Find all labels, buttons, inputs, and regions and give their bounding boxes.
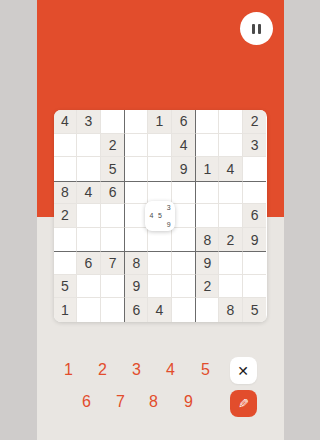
cell-r1c6[interactable]: 6 xyxy=(172,110,196,134)
cell-r6c6[interactable] xyxy=(172,228,196,252)
cell-r6c8[interactable]: 2 xyxy=(219,228,243,252)
cell-r2c5[interactable] xyxy=(148,134,172,158)
cell-r4c2[interactable]: 4 xyxy=(77,181,101,205)
cell-r6c5[interactable] xyxy=(148,228,172,252)
cell-r2c9[interactable]: 3 xyxy=(243,134,267,158)
cell-r8c2[interactable] xyxy=(77,275,101,299)
keypad-digit-5[interactable]: 5 xyxy=(193,357,219,383)
sudoku-board: 43162243591484626829678959216485 3459 xyxy=(54,110,267,322)
cell-r4c3[interactable]: 6 xyxy=(101,181,125,205)
cell-r1c4[interactable] xyxy=(124,110,148,134)
cell-r7c8[interactable] xyxy=(219,251,243,275)
cell-r7c7[interactable]: 9 xyxy=(195,251,219,275)
cell-r4c6[interactable] xyxy=(172,181,196,205)
cell-r7c1[interactable] xyxy=(54,251,78,275)
cell-r9c5[interactable]: 4 xyxy=(148,298,172,322)
cell-r7c9[interactable] xyxy=(243,251,267,275)
cell-r6c4[interactable] xyxy=(124,228,148,252)
cell-r6c1[interactable] xyxy=(54,228,78,252)
note-digit-pos-7 xyxy=(147,220,156,229)
cell-r3c8[interactable]: 4 xyxy=(219,157,243,181)
cell-r2c3[interactable]: 2 xyxy=(101,134,125,158)
cell-r6c7[interactable]: 8 xyxy=(195,228,219,252)
note-digit-pos-5: 5 xyxy=(156,212,165,221)
cell-r9c3[interactable] xyxy=(101,298,125,322)
cell-r3c4[interactable] xyxy=(124,157,148,181)
cell-r4c4[interactable] xyxy=(124,181,148,205)
keypad-digit-1[interactable]: 1 xyxy=(56,357,82,383)
cell-r5c3[interactable] xyxy=(101,204,125,228)
cell-r8c6[interactable] xyxy=(172,275,196,299)
notes-cell-r5c5[interactable]: 3459 xyxy=(145,201,175,231)
cell-r1c2[interactable]: 3 xyxy=(77,110,101,134)
cell-r2c1[interactable] xyxy=(54,134,78,158)
cell-r3c6[interactable]: 9 xyxy=(172,157,196,181)
cell-r4c9[interactable] xyxy=(243,181,267,205)
pause-button[interactable] xyxy=(240,12,273,45)
cell-r3c2[interactable] xyxy=(77,157,101,181)
cell-r5c2[interactable] xyxy=(77,204,101,228)
cell-r6c2[interactable] xyxy=(77,228,101,252)
cell-r8c8[interactable] xyxy=(219,275,243,299)
cell-r1c3[interactable] xyxy=(101,110,125,134)
cell-r2c4[interactable] xyxy=(124,134,148,158)
note-digit-pos-9: 9 xyxy=(164,220,173,229)
pause-icon xyxy=(252,24,261,34)
cell-r9c2[interactable] xyxy=(77,298,101,322)
note-digit-pos-2 xyxy=(156,203,165,212)
cell-r6c3[interactable] xyxy=(101,228,125,252)
cell-r8c9[interactable] xyxy=(243,275,267,299)
cell-r9c7[interactable] xyxy=(195,298,219,322)
cell-r5c8[interactable] xyxy=(219,204,243,228)
cell-r8c3[interactable] xyxy=(101,275,125,299)
cell-r5c9[interactable]: 6 xyxy=(243,204,267,228)
cell-r3c7[interactable]: 1 xyxy=(195,157,219,181)
pencil-icon: ✎ xyxy=(238,396,249,411)
note-digit-pos-1 xyxy=(147,203,156,212)
cell-r9c4[interactable]: 6 xyxy=(124,298,148,322)
cell-r3c1[interactable] xyxy=(54,157,78,181)
cell-r4c8[interactable] xyxy=(219,181,243,205)
cell-r1c8[interactable] xyxy=(219,110,243,134)
cell-r1c7[interactable] xyxy=(195,110,219,134)
cell-r1c1[interactable]: 4 xyxy=(54,110,78,134)
note-digit-pos-3: 3 xyxy=(164,203,173,212)
cell-r3c3[interactable]: 5 xyxy=(101,157,125,181)
keypad-digit-4[interactable]: 4 xyxy=(158,357,184,383)
cell-r9c9[interactable]: 5 xyxy=(243,298,267,322)
cell-r8c4[interactable]: 9 xyxy=(124,275,148,299)
pencil-button[interactable]: ✎ xyxy=(230,390,257,417)
cell-r1c5[interactable]: 1 xyxy=(148,110,172,134)
cell-r8c5[interactable] xyxy=(148,275,172,299)
keypad-digit-6[interactable]: 6 xyxy=(74,389,100,415)
keypad-digit-3[interactable]: 3 xyxy=(124,357,150,383)
cell-r5c1[interactable]: 2 xyxy=(54,204,78,228)
cell-r5c7[interactable] xyxy=(195,204,219,228)
cell-r7c6[interactable] xyxy=(172,251,196,275)
cell-r7c5[interactable] xyxy=(148,251,172,275)
erase-icon: ✕ xyxy=(237,363,249,379)
cell-r9c1[interactable]: 1 xyxy=(54,298,78,322)
note-digit-pos-4: 4 xyxy=(147,212,156,221)
cell-r8c7[interactable]: 2 xyxy=(195,275,219,299)
erase-button[interactable]: ✕ xyxy=(230,357,257,384)
cell-r9c6[interactable] xyxy=(172,298,196,322)
cell-r5c6[interactable] xyxy=(172,204,196,228)
cell-r6c9[interactable]: 9 xyxy=(243,228,267,252)
cell-r3c5[interactable] xyxy=(148,157,172,181)
cell-r2c6[interactable]: 4 xyxy=(172,134,196,158)
cell-r1c9[interactable]: 2 xyxy=(243,110,267,134)
cell-r7c3[interactable]: 7 xyxy=(101,251,125,275)
keypad-digit-2[interactable]: 2 xyxy=(90,357,116,383)
cell-r2c8[interactable] xyxy=(219,134,243,158)
keypad-digit-9[interactable]: 9 xyxy=(176,389,202,415)
cell-r4c7[interactable] xyxy=(195,181,219,205)
cell-r4c1[interactable]: 8 xyxy=(54,181,78,205)
cell-r3c9[interactable] xyxy=(243,157,267,181)
cell-r2c2[interactable] xyxy=(77,134,101,158)
note-digit-pos-6 xyxy=(164,212,173,221)
sudoku-app-screen: 43162243591484626829678959216485 3459 1 … xyxy=(37,0,284,440)
cell-r8c1[interactable]: 5 xyxy=(54,275,78,299)
keypad-digit-7[interactable]: 7 xyxy=(108,389,134,415)
cell-r9c8[interactable]: 8 xyxy=(219,298,243,322)
keypad-digit-8[interactable]: 8 xyxy=(141,389,167,415)
cell-r2c7[interactable] xyxy=(195,134,219,158)
cell-r7c4[interactable]: 8 xyxy=(124,251,148,275)
cell-r7c2[interactable]: 6 xyxy=(77,251,101,275)
note-digit-pos-8 xyxy=(156,220,165,229)
